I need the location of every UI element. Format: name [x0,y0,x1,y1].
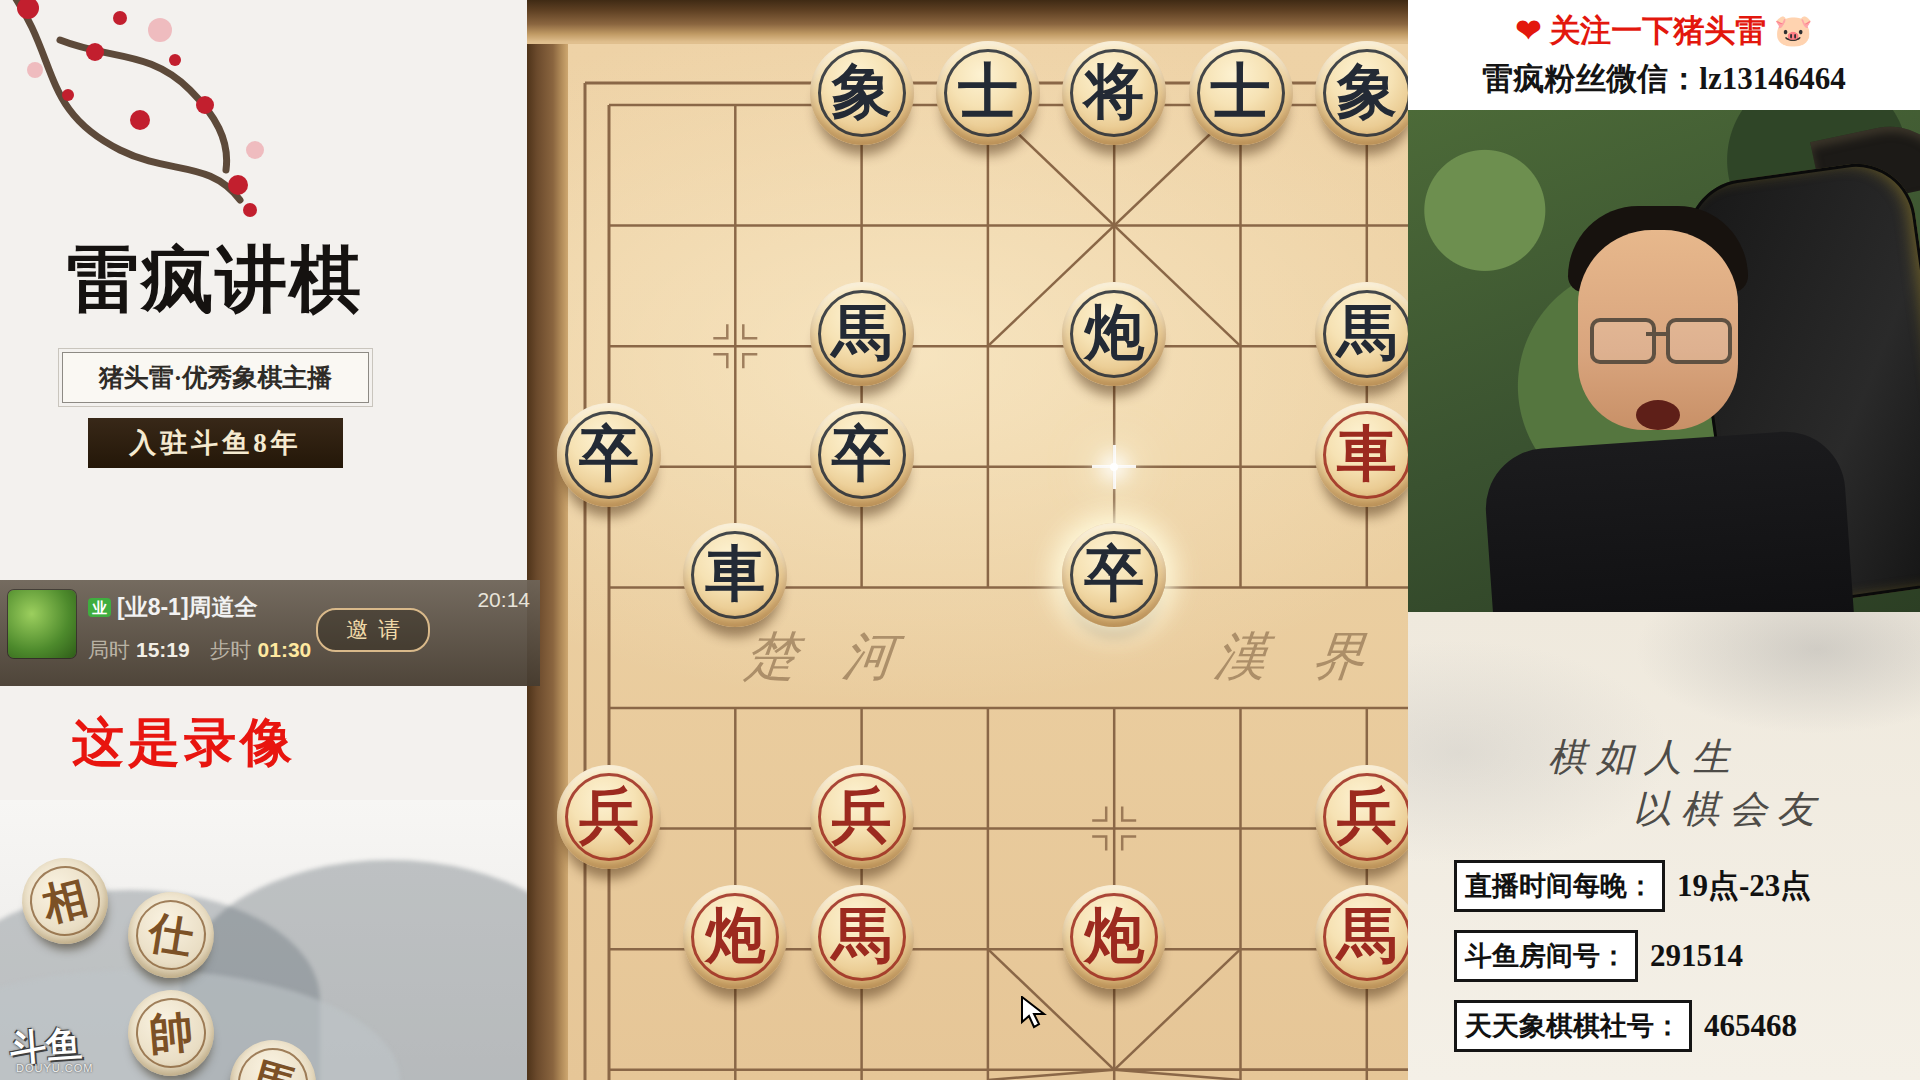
stream-time-row: 直播时间每晚： 19点-23点 [1454,860,1811,912]
piece-馬-c7[interactable]: 馬 [810,885,914,989]
stream-title: 雷疯讲棋 [0,232,430,328]
piece-卒-a3[interactable]: 卒 [557,403,661,507]
wechat-line: 雷疯粉丝微信：lz13146464 [1408,58,1920,100]
river-label-left: 楚河 [741,622,944,692]
stream-time-label: 直播时间每晚： [1454,860,1665,912]
opponent-info-bar: 业 [业8-1]周道全 20:14 局时15:19 步时01:30 邀请 [0,580,540,686]
motto-line1: 棋如人生 [1548,732,1740,783]
plum-blossom-art [0,0,330,250]
streamer-subtitle: 猪头雷·优秀象棋主播 [62,352,369,403]
piece-馬-g2[interactable]: 馬 [1315,282,1419,386]
move-time-value: 01:30 [258,638,312,661]
club-number-row: 天天象棋棋社号： 465468 [1454,1000,1797,1052]
piece-車-g3[interactable]: 車 [1315,403,1419,507]
piece-炮-e2[interactable]: 炮 [1062,282,1166,386]
room-number-label: 斗鱼房间号： [1454,930,1638,982]
streamer-torso [1482,428,1854,612]
opponent-name: 业 [业8-1]周道全 [88,592,258,623]
piece-卒-c3[interactable]: 卒 [810,403,914,507]
piece-炮-e7[interactable]: 炮 [1062,885,1166,989]
time-detail: 局时15:19 步时01:30 [88,636,311,664]
piece-士-f0[interactable]: 士 [1189,41,1293,145]
stream-time-value: 19点-23点 [1677,865,1811,907]
piece-将-e0[interactable]: 将 [1062,41,1166,145]
streamer-mouth [1636,400,1680,430]
river-label-right: 漢界 [1211,622,1414,692]
rank-badge-icon: 业 [88,598,111,617]
douyu-logo-subtext: DOUYU.COM [16,1062,93,1074]
right-panel: ❤ 关注一下猪头雷 🐷 雷疯粉丝微信：lz13146464 棋如人生 以棋会友 … [1408,0,1920,1080]
club-number-value: 465468 [1704,1008,1797,1044]
piece-卒-e4[interactable]: 卒 [1062,523,1166,627]
piece-車-b4[interactable]: 車 [683,523,787,627]
webcam-video[interactable] [1408,110,1920,612]
move-time-label: 步时 [210,638,252,661]
piece-炮-b7[interactable]: 炮 [683,885,787,989]
follow-line: ❤ 关注一下猪头雷 🐷 [1408,10,1920,52]
piece-兵-g6[interactable]: 兵 [1315,765,1419,869]
piece-士-d0[interactable]: 士 [936,41,1040,145]
game-clock: 20:14 [477,588,530,612]
total-time-value: 15:19 [136,638,190,661]
motto-line2: 以棋会友 [1633,784,1825,835]
platform-banner: 入驻斗鱼8年 [88,418,343,468]
room-number-value: 291514 [1650,938,1743,974]
invite-button[interactable]: 邀请 [316,608,430,652]
piece-象-c0[interactable]: 象 [810,41,914,145]
piece-兵-c6[interactable]: 兵 [810,765,914,869]
opponent-name-text: [业8-1]周道全 [117,592,258,623]
stream-screenshot: 楚河 漢界 象士将士象馬炮馬卒卒車車卒兵兵兵炮馬炮馬 雷疯讲棋 猪头雷·优秀象棋… [0,0,1920,1080]
piece-馬-g7[interactable]: 馬 [1315,885,1419,989]
opponent-avatar[interactable] [8,590,76,658]
follow-banner: ❤ 关注一下猪头雷 🐷 雷疯粉丝微信：lz13146464 [1408,0,1920,110]
info-area: 棋如人生 以棋会友 直播时间每晚： 19点-23点 斗鱼房间号： 291514 … [1408,612,1920,1080]
recording-note: 这是录像 [72,708,296,778]
room-number-row: 斗鱼房间号： 291514 [1454,930,1743,982]
piece-象-g0[interactable]: 象 [1315,41,1419,145]
club-number-label: 天天象棋棋社号： [1454,1000,1692,1052]
mouse-cursor [1020,996,1050,1030]
total-time-label: 局时 [88,638,130,661]
piece-馬-c2[interactable]: 馬 [810,282,914,386]
left-sidebar: 雷疯讲棋 猪头雷·优秀象棋主播 入驻斗鱼8年 业 [业8-1]周道全 20:14… [0,0,527,1080]
last-move-sparkle [1110,463,1118,471]
glasses-icon [1590,318,1730,358]
piece-兵-a6[interactable]: 兵 [557,765,661,869]
